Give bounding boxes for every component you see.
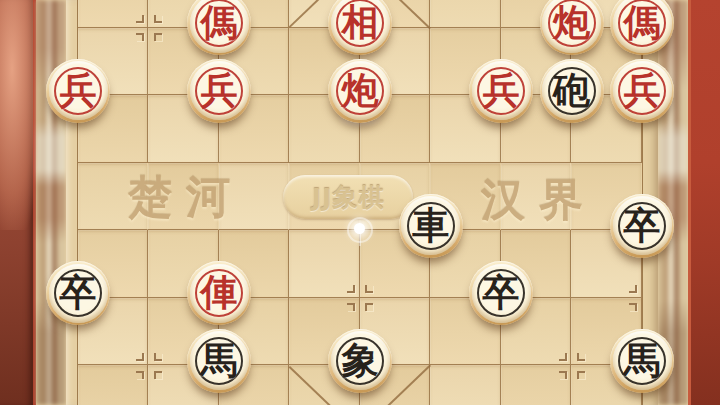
piece-glyph: 傌 [187, 0, 251, 55]
move-origin-dot [354, 223, 365, 234]
point-marker-corner [347, 303, 355, 311]
piece-glyph: 馬 [610, 329, 674, 393]
point-marker-corner [365, 285, 373, 293]
piece-red-horse[interactable]: 傌 [610, 0, 674, 55]
piece-glyph: 砲 [540, 59, 604, 123]
point-marker-corner [347, 285, 355, 293]
point-marker-corner [629, 285, 637, 293]
piece-glyph: 象 [328, 329, 392, 393]
piece-glyph: 兵 [187, 59, 251, 123]
background-right-red-band [688, 0, 720, 405]
background-left-red-band [0, 0, 36, 405]
piece-black-horse[interactable]: 馬 [610, 329, 674, 393]
piece-black-horse[interactable]: 馬 [187, 329, 251, 393]
piece-black-cannon[interactable]: 砲 [540, 59, 604, 123]
river-label-right: 汉界 [481, 171, 597, 230]
piece-red-soldier[interactable]: 兵 [46, 59, 110, 123]
piece-glyph: 兵 [469, 59, 533, 123]
river-label-left: 楚河 [128, 168, 244, 227]
piece-glyph: 相 [328, 0, 392, 55]
piece-red-chariot[interactable]: 俥 [187, 261, 251, 325]
piece-glyph: 卒 [610, 194, 674, 258]
board-cell[interactable] [430, 0, 501, 28]
piece-red-soldier[interactable]: 兵 [469, 59, 533, 123]
point-marker-corner [629, 303, 637, 311]
point-marker-corner [577, 353, 585, 361]
point-marker-corner [365, 303, 373, 311]
app-logo-text: JJ象棋 [312, 181, 385, 214]
piece-glyph: 兵 [46, 59, 110, 123]
piece-red-cannon[interactable]: 炮 [328, 59, 392, 123]
point-marker-corner [154, 15, 162, 23]
piece-black-soldier[interactable]: 卒 [469, 261, 533, 325]
piece-black-elephant[interactable]: 象 [328, 329, 392, 393]
piece-red-cannon[interactable]: 炮 [540, 0, 604, 55]
board-cell[interactable] [430, 365, 501, 405]
piece-glyph: 馬 [187, 329, 251, 393]
point-marker-corner [559, 371, 567, 379]
point-marker-corner [559, 353, 567, 361]
piece-glyph: 傌 [610, 0, 674, 55]
move-origin-tail [359, 233, 361, 246]
piece-glyph: 俥 [187, 261, 251, 325]
piece-red-soldier[interactable]: 兵 [610, 59, 674, 123]
xiangqi-game-screen: 楚河 汉界 JJ象棋 傌相炮傌兵兵炮兵砲兵車卒卒俥卒馬象馬 [0, 0, 720, 405]
point-marker-corner [136, 353, 144, 361]
piece-glyph: 卒 [469, 261, 533, 325]
piece-black-chariot[interactable]: 車 [399, 194, 463, 258]
piece-glyph: 炮 [328, 59, 392, 123]
point-marker-corner [154, 33, 162, 41]
piece-glyph: 卒 [46, 261, 110, 325]
point-marker-corner [136, 15, 144, 23]
piece-black-soldier[interactable]: 卒 [610, 194, 674, 258]
piece-black-soldier[interactable]: 卒 [46, 261, 110, 325]
point-marker-corner [154, 353, 162, 361]
point-marker-corner [154, 371, 162, 379]
app-logo-pill: JJ象棋 [283, 175, 413, 219]
piece-red-soldier[interactable]: 兵 [187, 59, 251, 123]
point-marker-corner [136, 371, 144, 379]
piece-glyph: 炮 [540, 0, 604, 55]
piece-red-elephant[interactable]: 相 [328, 0, 392, 55]
piece-red-horse[interactable]: 傌 [187, 0, 251, 55]
piece-glyph: 兵 [610, 59, 674, 123]
board-cell[interactable] [78, 0, 149, 28]
point-marker-corner [136, 33, 144, 41]
point-marker-corner [577, 371, 585, 379]
piece-glyph: 車 [399, 194, 463, 258]
